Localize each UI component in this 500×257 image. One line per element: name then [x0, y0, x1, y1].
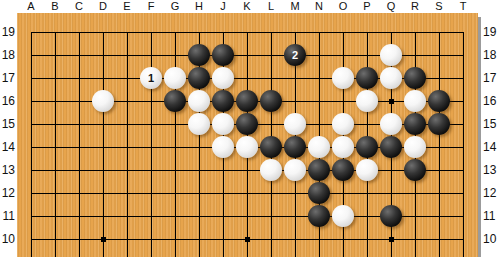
stone-black — [380, 136, 402, 158]
row-label-right: 19 — [483, 25, 500, 39]
stone-white — [188, 90, 210, 112]
stone-black — [236, 113, 258, 135]
row-label-left: 17 — [0, 71, 15, 85]
stone-white — [260, 159, 282, 181]
stone-white — [332, 136, 354, 158]
column-label: R — [403, 0, 427, 13]
stone-white — [404, 90, 426, 112]
row-label-right: 13 — [483, 163, 500, 177]
row-label-right: 14 — [483, 140, 500, 154]
stone-white — [236, 136, 258, 158]
grid-line-vertical — [127, 32, 128, 257]
stone-black — [308, 159, 330, 181]
column-label: K — [235, 0, 259, 13]
column-label: A — [19, 0, 43, 13]
row-label-right: 17 — [483, 71, 500, 85]
grid-line-vertical — [79, 32, 80, 257]
column-label: E — [115, 0, 139, 13]
stone-white — [332, 205, 354, 227]
grid-line-vertical — [151, 32, 152, 257]
row-label-left: 11 — [0, 209, 15, 223]
column-label: N — [307, 0, 331, 13]
row-label-left: 15 — [0, 117, 15, 131]
grid-line-horizontal — [31, 32, 464, 33]
grid-line-vertical — [31, 32, 32, 257]
row-label-right: 11 — [483, 209, 500, 223]
row-label-left: 10 — [0, 232, 15, 246]
column-label: L — [259, 0, 283, 13]
row-label-right: 15 — [483, 117, 500, 131]
stone-black — [428, 113, 450, 135]
grid-line-horizontal — [31, 193, 464, 194]
stone-black — [212, 44, 234, 66]
stone-white — [212, 113, 234, 135]
row-label-left: 12 — [0, 186, 15, 200]
stone-black — [236, 90, 258, 112]
star-point — [389, 99, 394, 104]
column-label: M — [283, 0, 307, 13]
column-label: C — [67, 0, 91, 13]
stone-black — [332, 159, 354, 181]
stone-black — [380, 205, 402, 227]
column-label: F — [139, 0, 163, 13]
stone-black-move-2: 2 — [284, 44, 306, 66]
stone-black — [356, 67, 378, 89]
star-point — [389, 237, 394, 242]
stone-white — [332, 67, 354, 89]
stone-white — [212, 136, 234, 158]
column-label: O — [331, 0, 355, 13]
grid-line-horizontal — [31, 170, 464, 171]
row-label-left: 19 — [0, 25, 15, 39]
column-label: J — [211, 0, 235, 13]
stone-white — [188, 113, 210, 135]
stone-white — [380, 67, 402, 89]
stone-black — [188, 67, 210, 89]
column-label: Q — [379, 0, 403, 13]
stone-black — [404, 67, 426, 89]
stone-white — [308, 136, 330, 158]
row-label-left: 16 — [0, 94, 15, 108]
stone-white — [380, 44, 402, 66]
row-label-left: 13 — [0, 163, 15, 177]
grid-line-vertical — [463, 32, 464, 257]
go-diagram: ABCDEFGHJKLMNOPQRST191918181717161615151… — [0, 0, 500, 257]
stone-white — [356, 159, 378, 181]
grid-line-vertical — [55, 32, 56, 257]
stone-black — [260, 90, 282, 112]
stone-black — [404, 113, 426, 135]
star-point — [101, 237, 106, 242]
row-label-right: 16 — [483, 94, 500, 108]
stone-black — [260, 136, 282, 158]
column-label: P — [355, 0, 379, 13]
column-label: T — [451, 0, 475, 13]
stone-black — [164, 90, 186, 112]
row-label-left: 14 — [0, 140, 15, 154]
stone-white — [404, 136, 426, 158]
stone-white — [284, 159, 306, 181]
row-label-left: 18 — [0, 48, 15, 62]
stone-white — [284, 113, 306, 135]
star-point — [245, 237, 250, 242]
stone-white — [212, 67, 234, 89]
stone-black — [308, 205, 330, 227]
column-label: H — [187, 0, 211, 13]
row-label-right: 12 — [483, 186, 500, 200]
stone-black — [212, 90, 234, 112]
row-label-right: 18 — [483, 48, 500, 62]
stone-white — [356, 90, 378, 112]
row-label-right: 10 — [483, 232, 500, 246]
stone-white — [164, 67, 186, 89]
column-label: G — [163, 0, 187, 13]
stone-white — [92, 90, 114, 112]
grid-line-vertical — [175, 32, 176, 257]
stone-black — [308, 182, 330, 204]
grid-line-vertical — [439, 32, 440, 257]
board-drop-shadow — [478, 17, 481, 257]
stone-white — [332, 113, 354, 135]
stone-white — [380, 113, 402, 135]
stone-black — [284, 136, 306, 158]
column-label: D — [91, 0, 115, 13]
column-label: B — [43, 0, 67, 13]
grid-line-vertical — [103, 32, 104, 257]
column-label: S — [427, 0, 451, 13]
stone-black — [356, 136, 378, 158]
stone-black — [404, 159, 426, 181]
stone-black — [428, 90, 450, 112]
stone-black — [188, 44, 210, 66]
stone-white-move-1: 1 — [140, 67, 162, 89]
